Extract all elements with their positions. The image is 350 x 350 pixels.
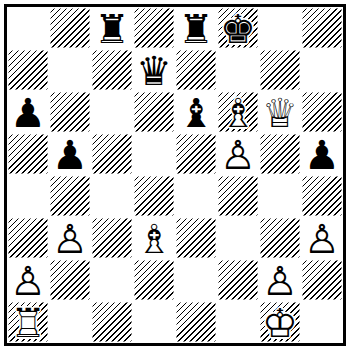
square-f6[interactable]: ♝♗ bbox=[217, 91, 259, 133]
white-queen[interactable]: ♛♕ bbox=[259, 91, 301, 133]
square-f3[interactable] bbox=[217, 217, 259, 259]
piece-glyph: ♟ bbox=[7, 92, 49, 134]
square-f7[interactable] bbox=[217, 49, 259, 91]
square-e3[interactable] bbox=[175, 217, 217, 259]
square-c1[interactable] bbox=[91, 301, 133, 343]
piece-glyph: ♙ bbox=[301, 218, 343, 260]
square-c4[interactable] bbox=[91, 175, 133, 217]
white-pawn[interactable]: ♟♙ bbox=[259, 259, 301, 301]
square-g4[interactable] bbox=[259, 175, 301, 217]
square-c7[interactable] bbox=[91, 49, 133, 91]
piece-glyph: ♙ bbox=[7, 260, 49, 302]
square-g3[interactable] bbox=[259, 217, 301, 259]
square-h7[interactable] bbox=[301, 49, 343, 91]
white-pawn[interactable]: ♟♙ bbox=[301, 217, 343, 259]
square-f4[interactable] bbox=[217, 175, 259, 217]
piece-glyph: ♚ bbox=[217, 8, 259, 50]
square-g2[interactable]: ♟♙ bbox=[259, 259, 301, 301]
piece-glyph: ♟ bbox=[49, 134, 91, 176]
piece-glyph: ♙ bbox=[49, 218, 91, 260]
black-king[interactable]: ♚♚ bbox=[217, 7, 259, 49]
square-a1[interactable]: ♜♖ bbox=[7, 301, 49, 343]
square-d3[interactable]: ♝♗ bbox=[133, 217, 175, 259]
square-c6[interactable] bbox=[91, 91, 133, 133]
square-c3[interactable] bbox=[91, 217, 133, 259]
white-king[interactable]: ♚♔ bbox=[259, 301, 301, 343]
black-bishop[interactable]: ♝♝ bbox=[175, 91, 217, 133]
white-pawn[interactable]: ♟♙ bbox=[49, 217, 91, 259]
square-b7[interactable] bbox=[49, 49, 91, 91]
square-b3[interactable]: ♟♙ bbox=[49, 217, 91, 259]
piece-glyph: ♟ bbox=[301, 134, 343, 176]
square-a5[interactable] bbox=[7, 133, 49, 175]
square-g8[interactable] bbox=[259, 7, 301, 49]
white-pawn[interactable]: ♟♙ bbox=[217, 133, 259, 175]
square-d6[interactable] bbox=[133, 91, 175, 133]
piece-glyph: ♜ bbox=[175, 8, 217, 50]
square-d2[interactable] bbox=[133, 259, 175, 301]
square-h3[interactable]: ♟♙ bbox=[301, 217, 343, 259]
square-d5[interactable] bbox=[133, 133, 175, 175]
black-rook[interactable]: ♜♜ bbox=[175, 7, 217, 49]
square-a3[interactable] bbox=[7, 217, 49, 259]
white-pawn[interactable]: ♟♙ bbox=[7, 259, 49, 301]
square-e2[interactable] bbox=[175, 259, 217, 301]
square-g1[interactable]: ♚♔ bbox=[259, 301, 301, 343]
piece-glyph: ♔ bbox=[259, 302, 301, 344]
square-h6[interactable] bbox=[301, 91, 343, 133]
piece-glyph: ♗ bbox=[133, 218, 175, 260]
black-pawn[interactable]: ♟♟ bbox=[49, 133, 91, 175]
square-a7[interactable] bbox=[7, 49, 49, 91]
square-g6[interactable]: ♛♕ bbox=[259, 91, 301, 133]
square-c2[interactable] bbox=[91, 259, 133, 301]
black-pawn[interactable]: ♟♟ bbox=[301, 133, 343, 175]
square-f5[interactable]: ♟♙ bbox=[217, 133, 259, 175]
square-e6[interactable]: ♝♝ bbox=[175, 91, 217, 133]
square-a8[interactable] bbox=[7, 7, 49, 49]
piece-glyph: ♗ bbox=[217, 92, 259, 134]
square-d7[interactable]: ♛♛ bbox=[133, 49, 175, 91]
chess-diagram: ♜♜♜♜♚♚♛♛♟♟♝♝♝♗♛♕♟♟♟♙♟♟♟♙♝♗♟♙♟♙♟♙♜♖♚♔ bbox=[0, 0, 350, 350]
square-a6[interactable]: ♟♟ bbox=[7, 91, 49, 133]
square-g5[interactable] bbox=[259, 133, 301, 175]
white-bishop[interactable]: ♝♗ bbox=[133, 217, 175, 259]
black-queen[interactable]: ♛♛ bbox=[133, 49, 175, 91]
square-b6[interactable] bbox=[49, 91, 91, 133]
square-d4[interactable] bbox=[133, 175, 175, 217]
piece-glyph: ♙ bbox=[259, 260, 301, 302]
square-b8[interactable] bbox=[49, 7, 91, 49]
black-rook[interactable]: ♜♜ bbox=[91, 7, 133, 49]
chess-board: ♜♜♜♜♚♚♛♛♟♟♝♝♝♗♛♕♟♟♟♙♟♟♟♙♝♗♟♙♟♙♟♙♜♖♚♔ bbox=[4, 4, 346, 346]
square-b1[interactable] bbox=[49, 301, 91, 343]
piece-glyph: ♕ bbox=[259, 92, 301, 134]
square-e1[interactable] bbox=[175, 301, 217, 343]
square-a2[interactable]: ♟♙ bbox=[7, 259, 49, 301]
piece-glyph: ♙ bbox=[217, 134, 259, 176]
square-d1[interactable] bbox=[133, 301, 175, 343]
square-e4[interactable] bbox=[175, 175, 217, 217]
square-b5[interactable]: ♟♟ bbox=[49, 133, 91, 175]
square-c5[interactable] bbox=[91, 133, 133, 175]
piece-glyph: ♜ bbox=[91, 8, 133, 50]
square-h8[interactable] bbox=[301, 7, 343, 49]
square-h4[interactable] bbox=[301, 175, 343, 217]
square-h1[interactable] bbox=[301, 301, 343, 343]
square-g7[interactable] bbox=[259, 49, 301, 91]
square-f2[interactable] bbox=[217, 259, 259, 301]
square-e8[interactable]: ♜♜ bbox=[175, 7, 217, 49]
square-e7[interactable] bbox=[175, 49, 217, 91]
square-h2[interactable] bbox=[301, 259, 343, 301]
square-e5[interactable] bbox=[175, 133, 217, 175]
square-b2[interactable] bbox=[49, 259, 91, 301]
square-f8[interactable]: ♚♚ bbox=[217, 7, 259, 49]
square-c8[interactable]: ♜♜ bbox=[91, 7, 133, 49]
piece-glyph: ♝ bbox=[175, 92, 217, 134]
piece-glyph: ♖ bbox=[7, 302, 49, 344]
black-pawn[interactable]: ♟♟ bbox=[7, 91, 49, 133]
square-b4[interactable] bbox=[49, 175, 91, 217]
piece-glyph: ♛ bbox=[133, 50, 175, 92]
white-rook[interactable]: ♜♖ bbox=[7, 301, 49, 343]
square-d8[interactable] bbox=[133, 7, 175, 49]
square-h5[interactable]: ♟♟ bbox=[301, 133, 343, 175]
square-f1[interactable] bbox=[217, 301, 259, 343]
white-bishop[interactable]: ♝♗ bbox=[217, 91, 259, 133]
square-a4[interactable] bbox=[7, 175, 49, 217]
